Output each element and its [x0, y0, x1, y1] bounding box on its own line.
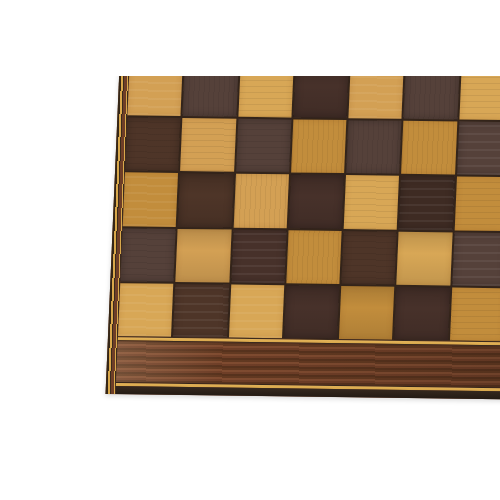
frame-rosewood-band — [116, 341, 500, 388]
square-e1[interactable] — [339, 286, 395, 340]
square-f2[interactable] — [397, 231, 453, 285]
square-e5[interactable] — [348, 76, 404, 119]
square-d4[interactable] — [291, 119, 347, 173]
square-b1[interactable] — [173, 284, 229, 338]
square-e2[interactable] — [341, 231, 397, 285]
square-d1[interactable] — [284, 285, 340, 339]
square-a1[interactable] — [118, 283, 174, 337]
board-frame-bottom — [116, 336, 500, 400]
square-d2[interactable] — [286, 230, 342, 284]
square-b5[interactable] — [183, 76, 239, 117]
photo-crop-window — [0, 76, 500, 500]
square-d3[interactable] — [288, 175, 344, 229]
square-g1[interactable] — [449, 287, 500, 341]
square-a2[interactable] — [120, 228, 176, 282]
square-c4[interactable] — [236, 119, 292, 173]
square-c2[interactable] — [231, 229, 287, 283]
square-c1[interactable] — [228, 284, 284, 338]
square-a4[interactable] — [125, 117, 181, 171]
square-f3[interactable] — [399, 176, 455, 230]
square-a3[interactable] — [123, 172, 179, 226]
square-e3[interactable] — [344, 175, 400, 229]
square-c5[interactable] — [238, 76, 294, 117]
square-b4[interactable] — [180, 118, 236, 172]
square-b2[interactable] — [176, 228, 232, 282]
square-g2[interactable] — [452, 232, 500, 286]
square-e4[interactable] — [346, 120, 402, 174]
square-a5[interactable] — [127, 76, 183, 116]
square-g5[interactable] — [459, 76, 500, 120]
square-c3[interactable] — [233, 174, 289, 228]
square-f1[interactable] — [394, 287, 450, 341]
square-f5[interactable] — [404, 76, 460, 120]
chessboard — [106, 76, 500, 400]
photo-background — [0, 0, 500, 500]
square-f4[interactable] — [401, 121, 457, 175]
square-g3[interactable] — [454, 177, 500, 231]
square-g4[interactable] — [457, 122, 500, 176]
square-d5[interactable] — [293, 76, 349, 118]
board-squares — [118, 76, 500, 342]
square-b3[interactable] — [178, 173, 234, 227]
